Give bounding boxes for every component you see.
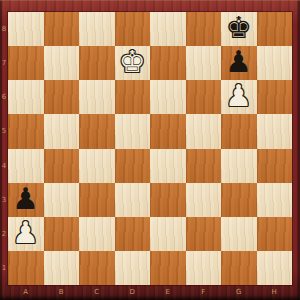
square-b8[interactable] <box>44 12 80 46</box>
square-h7[interactable] <box>257 46 293 80</box>
black-pawn[interactable]: ♟ <box>225 47 252 77</box>
square-a4[interactable] <box>8 149 44 183</box>
square-e5[interactable] <box>150 114 186 148</box>
square-d1[interactable] <box>115 251 151 285</box>
file-labels: ABCDEFGH <box>8 285 292 298</box>
square-e2[interactable] <box>150 217 186 251</box>
square-h1[interactable] <box>257 251 293 285</box>
square-h3[interactable] <box>257 183 293 217</box>
chess-board: ♚♚♟♟♟♟ <box>8 12 292 285</box>
rank-label-2: 2 <box>0 217 8 251</box>
file-label-a: A <box>8 285 44 298</box>
square-h5[interactable] <box>257 114 293 148</box>
square-f8[interactable] <box>186 12 222 46</box>
square-b6[interactable] <box>44 80 80 114</box>
square-e4[interactable] <box>150 149 186 183</box>
square-h6[interactable] <box>257 80 293 114</box>
square-b4[interactable] <box>44 149 80 183</box>
square-f6[interactable] <box>186 80 222 114</box>
square-e7[interactable] <box>150 46 186 80</box>
black-king[interactable]: ♚ <box>225 13 252 43</box>
square-g8[interactable]: ♚ <box>221 12 257 46</box>
square-e1[interactable] <box>150 251 186 285</box>
square-h2[interactable] <box>257 217 293 251</box>
square-d6[interactable] <box>115 80 151 114</box>
square-d8[interactable] <box>115 12 151 46</box>
file-label-c: C <box>79 285 115 298</box>
square-f7[interactable] <box>186 46 222 80</box>
square-e6[interactable] <box>150 80 186 114</box>
square-c3[interactable] <box>79 183 115 217</box>
file-label-d: D <box>115 285 151 298</box>
square-a2[interactable]: ♟ <box>8 217 44 251</box>
square-f2[interactable] <box>186 217 222 251</box>
square-g1[interactable] <box>221 251 257 285</box>
white-king[interactable]: ♚ <box>119 47 146 77</box>
square-e3[interactable] <box>150 183 186 217</box>
rank-label-7: 7 <box>0 46 8 80</box>
square-e8[interactable] <box>150 12 186 46</box>
square-d5[interactable] <box>115 114 151 148</box>
square-a5[interactable] <box>8 114 44 148</box>
square-a8[interactable] <box>8 12 44 46</box>
file-label-h: H <box>257 285 293 298</box>
file-label-g: G <box>221 285 257 298</box>
square-c7[interactable] <box>79 46 115 80</box>
square-g7[interactable]: ♟ <box>221 46 257 80</box>
square-f3[interactable] <box>186 183 222 217</box>
square-b2[interactable] <box>44 217 80 251</box>
rank-label-3: 3 <box>0 183 8 217</box>
square-a7[interactable] <box>8 46 44 80</box>
square-c5[interactable] <box>79 114 115 148</box>
rank-label-1: 1 <box>0 251 8 285</box>
rank-label-8: 8 <box>0 12 8 46</box>
file-label-e: E <box>150 285 186 298</box>
square-b3[interactable] <box>44 183 80 217</box>
square-a1[interactable] <box>8 251 44 285</box>
white-pawn[interactable]: ♟ <box>12 218 39 248</box>
square-b7[interactable] <box>44 46 80 80</box>
square-c8[interactable] <box>79 12 115 46</box>
square-c6[interactable] <box>79 80 115 114</box>
square-b1[interactable] <box>44 251 80 285</box>
rank-label-6: 6 <box>0 80 8 114</box>
square-g6[interactable]: ♟ <box>221 80 257 114</box>
square-c1[interactable] <box>79 251 115 285</box>
square-c4[interactable] <box>79 149 115 183</box>
chess-board-photo: 87654321 ABCDEFGH ♚♚♟♟♟♟ <box>0 0 300 300</box>
square-d2[interactable] <box>115 217 151 251</box>
file-label-b: B <box>44 285 80 298</box>
square-h4[interactable] <box>257 149 293 183</box>
square-a3[interactable]: ♟ <box>8 183 44 217</box>
square-d4[interactable] <box>115 149 151 183</box>
white-pawn[interactable]: ♟ <box>225 81 252 111</box>
square-f5[interactable] <box>186 114 222 148</box>
rank-labels: 87654321 <box>0 12 8 285</box>
rank-label-5: 5 <box>0 114 8 148</box>
square-c2[interactable] <box>79 217 115 251</box>
square-d7[interactable]: ♚ <box>115 46 151 80</box>
square-g2[interactable] <box>221 217 257 251</box>
square-g5[interactable] <box>221 114 257 148</box>
square-d3[interactable] <box>115 183 151 217</box>
square-g4[interactable] <box>221 149 257 183</box>
square-f1[interactable] <box>186 251 222 285</box>
square-g3[interactable] <box>221 183 257 217</box>
rank-label-4: 4 <box>0 149 8 183</box>
square-a6[interactable] <box>8 80 44 114</box>
square-f4[interactable] <box>186 149 222 183</box>
file-label-f: F <box>186 285 222 298</box>
black-pawn[interactable]: ♟ <box>12 184 39 214</box>
square-b5[interactable] <box>44 114 80 148</box>
square-h8[interactable] <box>257 12 293 46</box>
